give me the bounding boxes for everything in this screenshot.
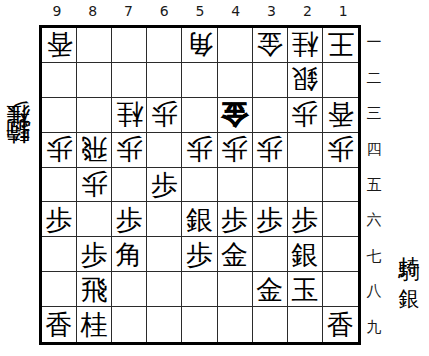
- rank-label-7: 七: [363, 238, 385, 274]
- square-29[interactable]: [288, 307, 323, 342]
- piece-gote-歩-85: 歩: [81, 171, 108, 198]
- square-41[interactable]: [218, 28, 253, 63]
- piece-gote-銀-22: 銀: [291, 66, 318, 93]
- square-32[interactable]: [253, 63, 288, 98]
- square-35[interactable]: [253, 168, 288, 203]
- rank-label-6: 六: [363, 203, 385, 239]
- square-64[interactable]: [147, 133, 182, 168]
- square-59[interactable]: [182, 307, 217, 342]
- square-21[interactable]: 桂: [288, 28, 323, 63]
- rank-label-9: 九: [363, 310, 385, 346]
- square-88[interactable]: 飛: [77, 272, 112, 307]
- shogi-board: 香角金桂王銀桂歩金歩香歩飛歩歩歩歩歩歩歩歩歩銀歩歩歩歩角歩金銀飛金玉香桂香: [39, 25, 361, 345]
- piece-sente-香-19: 香: [327, 311, 354, 338]
- square-56[interactable]: 銀: [182, 202, 217, 237]
- piece-sente-玉-28: 玉: [291, 276, 318, 303]
- square-22[interactable]: 銀: [288, 63, 323, 98]
- square-15[interactable]: [323, 168, 358, 203]
- square-85[interactable]: 歩: [77, 168, 112, 203]
- square-57[interactable]: 歩: [182, 237, 217, 272]
- square-37[interactable]: [253, 237, 288, 272]
- square-98[interactable]: [42, 272, 77, 307]
- square-55[interactable]: [182, 168, 217, 203]
- rank-labels: 一二三四五六七八九: [363, 25, 385, 345]
- piece-gote-金-43: 金: [221, 101, 248, 128]
- shogi-diagram: 987654321 香角金桂王銀桂歩金歩香歩飛歩歩歩歩歩歩歩歩歩銀歩歩歩歩角歩金…: [0, 0, 429, 356]
- square-33[interactable]: [253, 98, 288, 133]
- piece-sente-金-47: 金: [221, 241, 248, 268]
- square-18[interactable]: [323, 272, 358, 307]
- square-73[interactable]: 桂: [112, 98, 147, 133]
- piece-gote-桂-73: 桂: [116, 101, 143, 128]
- square-74[interactable]: 歩: [112, 133, 147, 168]
- piece-gote-歩-94: 歩: [46, 136, 73, 163]
- piece-sente-歩-36: 歩: [256, 206, 283, 233]
- square-72[interactable]: [112, 63, 147, 98]
- square-61[interactable]: [147, 28, 182, 63]
- square-76[interactable]: 歩: [112, 202, 147, 237]
- piece-gote-歩-23: 歩: [291, 101, 318, 128]
- square-31[interactable]: 金: [253, 28, 288, 63]
- square-63[interactable]: 歩: [147, 98, 182, 133]
- square-39[interactable]: [253, 307, 288, 342]
- rank-label-8: 八: [363, 274, 385, 310]
- file-label-1: 1: [325, 1, 361, 21]
- piece-sente-金-38: 金: [256, 276, 283, 303]
- square-84[interactable]: 飛: [77, 133, 112, 168]
- square-43[interactable]: 金: [218, 98, 253, 133]
- square-93[interactable]: [42, 98, 77, 133]
- square-42[interactable]: [218, 63, 253, 98]
- square-94[interactable]: 歩: [42, 133, 77, 168]
- square-12[interactable]: [323, 63, 358, 98]
- piece-gote-歩-54: 歩: [186, 136, 213, 163]
- piece-sente-歩-65: 歩: [151, 171, 178, 198]
- square-26[interactable]: 歩: [288, 202, 323, 237]
- square-91[interactable]: 香: [42, 28, 77, 63]
- square-79[interactable]: [112, 307, 147, 342]
- square-95[interactable]: [42, 168, 77, 203]
- square-81[interactable]: [77, 28, 112, 63]
- piece-gote-飛-84: 飛: [81, 136, 108, 163]
- square-86[interactable]: [77, 202, 112, 237]
- square-17[interactable]: [323, 237, 358, 272]
- file-labels: 987654321: [39, 1, 361, 21]
- square-28[interactable]: 玉: [288, 272, 323, 307]
- square-13[interactable]: 香: [323, 98, 358, 133]
- square-46[interactable]: 歩: [218, 202, 253, 237]
- square-16[interactable]: [323, 202, 358, 237]
- piece-sente-歩-87: 歩: [81, 241, 108, 268]
- rank-label-1: 一: [363, 25, 385, 61]
- square-27[interactable]: 銀: [288, 237, 323, 272]
- square-58[interactable]: [182, 272, 217, 307]
- piece-gote-香-91: 香: [46, 31, 73, 58]
- square-51[interactable]: 角: [182, 28, 217, 63]
- piece-gote-金-31: 金: [256, 31, 283, 58]
- square-19[interactable]: 香: [323, 307, 358, 342]
- piece-sente-桂-89: 桂: [81, 311, 108, 338]
- square-62[interactable]: [147, 63, 182, 98]
- square-69[interactable]: [147, 307, 182, 342]
- square-52[interactable]: [182, 63, 217, 98]
- square-47[interactable]: 金: [218, 237, 253, 272]
- square-82[interactable]: [77, 63, 112, 98]
- square-24[interactable]: [288, 133, 323, 168]
- square-34[interactable]: 歩: [253, 133, 288, 168]
- square-23[interactable]: 歩: [288, 98, 323, 133]
- piece-gote-桂-21: 桂: [291, 31, 318, 58]
- file-label-7: 7: [111, 1, 147, 21]
- file-label-5: 5: [182, 1, 218, 21]
- square-89[interactable]: 桂: [77, 307, 112, 342]
- square-96[interactable]: 歩: [42, 202, 77, 237]
- piece-gote-香-13: 香: [327, 101, 354, 128]
- rank-label-3: 三: [363, 96, 385, 132]
- piece-gote-歩-44: 歩: [221, 136, 248, 163]
- square-65[interactable]: 歩: [147, 168, 182, 203]
- piece-sente-歩-76: 歩: [116, 206, 143, 233]
- square-78[interactable]: [112, 272, 147, 307]
- piece-gote-角-51: 角: [186, 31, 213, 58]
- rank-label-4: 四: [363, 132, 385, 168]
- square-68[interactable]: [147, 272, 182, 307]
- square-44[interactable]: 歩: [218, 133, 253, 168]
- file-label-3: 3: [254, 1, 290, 21]
- rank-label-2: 二: [363, 61, 385, 97]
- square-97[interactable]: [42, 237, 77, 272]
- square-14[interactable]: 歩: [323, 133, 358, 168]
- piece-sente-飛-88: 飛: [81, 276, 108, 303]
- square-83[interactable]: [77, 98, 112, 133]
- piece-gote-歩-63: 歩: [151, 101, 178, 128]
- piece-gote-歩-34: 歩: [256, 136, 283, 163]
- square-77[interactable]: 角: [112, 237, 147, 272]
- sente-hand: 持駒 銀: [393, 240, 425, 350]
- piece-sente-歩-46: 歩: [221, 206, 248, 233]
- square-49[interactable]: [218, 307, 253, 342]
- piece-gote-王-11: 王: [327, 31, 354, 58]
- square-66[interactable]: [147, 202, 182, 237]
- square-75[interactable]: [112, 168, 147, 203]
- square-87[interactable]: 歩: [77, 237, 112, 272]
- piece-gote-歩-14: 歩: [327, 136, 354, 163]
- square-11[interactable]: 王: [323, 28, 358, 63]
- square-99[interactable]: 香: [42, 307, 77, 342]
- file-label-2: 2: [289, 1, 325, 21]
- square-54[interactable]: 歩: [182, 133, 217, 168]
- piece-sente-香-99: 香: [46, 311, 73, 338]
- square-53[interactable]: [182, 98, 217, 133]
- file-label-4: 4: [218, 1, 254, 21]
- square-71[interactable]: [112, 28, 147, 63]
- square-92[interactable]: [42, 63, 77, 98]
- file-label-6: 6: [146, 1, 182, 21]
- gote-hand: 持駒 桂歩: [2, 22, 34, 164]
- piece-sente-銀-27: 銀: [291, 241, 318, 268]
- square-48[interactable]: [218, 272, 253, 307]
- square-45[interactable]: [218, 168, 253, 203]
- piece-sente-角-77: 角: [116, 241, 143, 268]
- square-25[interactable]: [288, 168, 323, 203]
- piece-sente-銀-56: 銀: [186, 206, 213, 233]
- file-label-9: 9: [39, 1, 75, 21]
- square-36[interactable]: 歩: [253, 202, 288, 237]
- file-label-8: 8: [75, 1, 111, 21]
- piece-gote-歩-74: 歩: [116, 136, 143, 163]
- piece-sente-歩-26: 歩: [291, 206, 318, 233]
- piece-sente-歩-57: 歩: [186, 241, 213, 268]
- square-67[interactable]: [147, 237, 182, 272]
- square-38[interactable]: 金: [253, 272, 288, 307]
- piece-sente-歩-96: 歩: [46, 206, 73, 233]
- rank-label-5: 五: [363, 167, 385, 203]
